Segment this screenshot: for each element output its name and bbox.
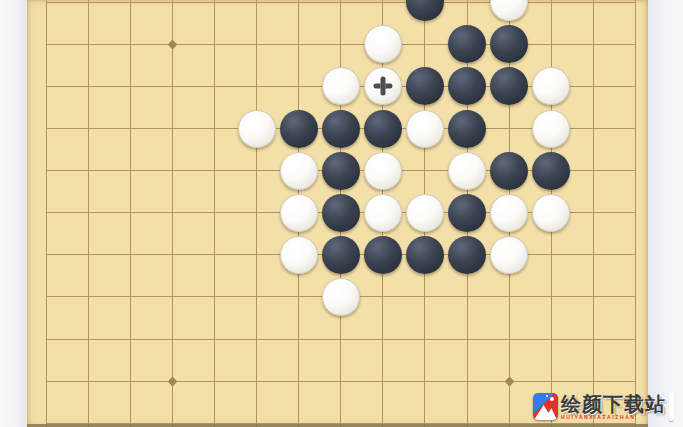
stone-white (490, 194, 528, 232)
stone-black (448, 25, 486, 63)
watermark-title: 绘颜下载站 (561, 394, 666, 414)
stone-white (364, 25, 402, 63)
stone-black (406, 0, 444, 21)
watermark: 绘颜下载站 HUIYANXIAZAIZHAN (533, 392, 674, 421)
grid-line-vertical (635, 0, 636, 427)
stone-white (490, 0, 528, 21)
grid-line-vertical (88, 0, 89, 427)
stone-white (490, 236, 528, 274)
stone-white (406, 194, 444, 232)
stone-black (490, 67, 528, 105)
mountain-icon (534, 405, 557, 420)
stone-white (238, 110, 276, 148)
stone-black (448, 110, 486, 148)
grid-line-vertical (214, 0, 215, 427)
star-dot-icon (550, 397, 554, 401)
stone-white (532, 194, 570, 232)
grid-line-horizontal (46, 339, 636, 340)
stone-black (532, 152, 570, 190)
page-background-right (648, 0, 683, 427)
stone-black (490, 152, 528, 190)
grid-line-horizontal (46, 44, 636, 45)
page-background-left (0, 0, 27, 427)
stone-white (322, 67, 360, 105)
stone-black (322, 110, 360, 148)
stone-black (448, 236, 486, 274)
watermark-cursor-bar (669, 392, 674, 421)
star-dot-icon (546, 395, 548, 397)
stone-white (406, 110, 444, 148)
grid-line-vertical (46, 0, 47, 427)
stone-black (406, 67, 444, 105)
watermark-text-block: 绘颜下载站 HUIYANXIAZAIZHAN (561, 394, 666, 420)
watermark-subtitle: HUIYANXIAZAIZHAN (561, 415, 666, 420)
gomoku-app-screen: 绘颜下载站 HUIYANXIAZAIZHAN (0, 0, 683, 427)
star-point (167, 376, 177, 386)
star-point (504, 376, 514, 386)
stone-black (364, 110, 402, 148)
board[interactable] (27, 0, 648, 427)
stone-white (322, 278, 360, 316)
grid-line-vertical (593, 0, 594, 427)
stone-white (280, 152, 318, 190)
stone-white (364, 67, 402, 105)
grid-line-horizontal (46, 2, 636, 3)
stone-white (532, 67, 570, 105)
stone-white (532, 110, 570, 148)
stone-black (448, 67, 486, 105)
stone-black (448, 194, 486, 232)
stone-white (280, 236, 318, 274)
stone-black (364, 236, 402, 274)
last-move-marker-gap (380, 84, 385, 89)
star-point (167, 39, 177, 49)
stone-black (322, 152, 360, 190)
stone-black (280, 110, 318, 148)
stone-black (406, 236, 444, 274)
grid-line-vertical (130, 0, 131, 427)
grid-line-horizontal (46, 381, 636, 382)
stone-white (448, 152, 486, 190)
stone-white (364, 194, 402, 232)
stone-black (490, 25, 528, 63)
grid-line-vertical (256, 0, 257, 427)
stone-black (322, 194, 360, 232)
stone-white (364, 152, 402, 190)
stone-white (280, 194, 318, 232)
last-move-marker (373, 77, 392, 96)
watermark-logo-icon (533, 393, 558, 420)
stone-black (322, 236, 360, 274)
grid-line-vertical (172, 0, 173, 427)
